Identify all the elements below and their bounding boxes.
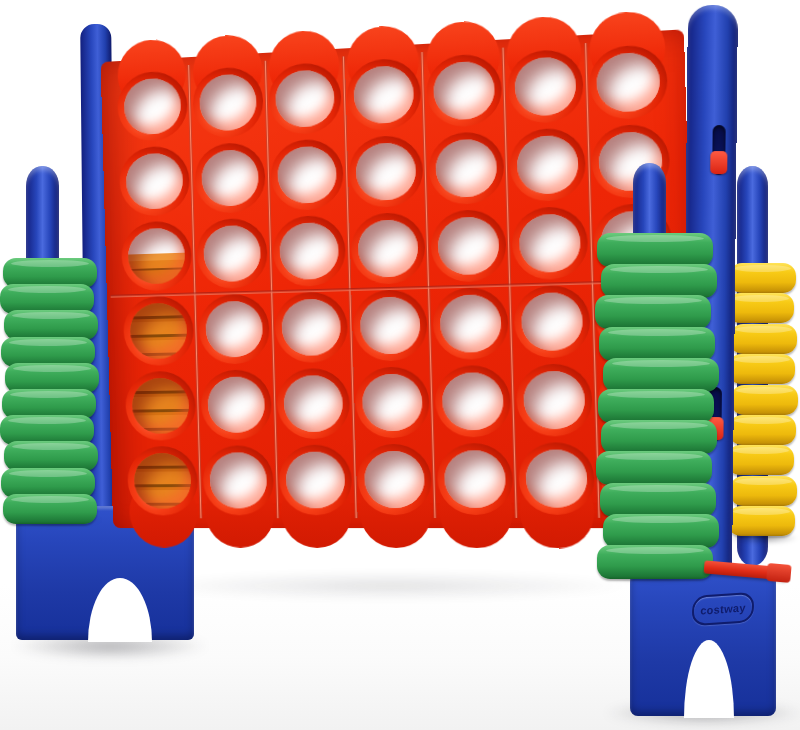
board-cell (274, 365, 354, 442)
disc-green (600, 483, 716, 517)
slider-slot-upper (712, 125, 726, 175)
disc-green (596, 451, 712, 485)
board-cell (122, 368, 199, 444)
disc-green (597, 545, 713, 579)
disc-green (599, 327, 715, 361)
board-cell (114, 67, 191, 146)
empty-hole (134, 453, 192, 509)
board-floor-shadow (140, 572, 640, 600)
empty-hole (444, 450, 506, 508)
disc-yellow (730, 324, 797, 354)
disc-yellow (727, 293, 794, 323)
board-cell (265, 58, 345, 138)
brand-logo: costway (692, 592, 755, 626)
board-cell (352, 363, 434, 441)
board-cell (431, 362, 514, 441)
board-cell (199, 442, 278, 518)
board-cell (512, 360, 597, 440)
disc-yellow (731, 385, 798, 415)
board-cell (276, 441, 356, 518)
board-cell (345, 131, 426, 211)
board-cell (422, 50, 505, 132)
board-cell (124, 443, 201, 518)
board-cell (505, 124, 590, 206)
empty-hole (525, 449, 588, 507)
disc-green (601, 420, 717, 454)
disc-green (4, 310, 98, 340)
board-cell (427, 206, 510, 286)
board-cell (347, 209, 428, 289)
empty-hole (209, 452, 268, 508)
left-leg-arch (88, 578, 152, 642)
board-cell (120, 292, 197, 369)
disc-yellow (728, 354, 795, 384)
board-cell (510, 281, 595, 361)
empty-hole (286, 451, 346, 508)
disc-green (603, 514, 719, 548)
disc-yellow (729, 415, 796, 445)
disc-yellow (729, 263, 796, 293)
board-cell (269, 212, 349, 291)
disc-green (598, 389, 714, 423)
right-leg: costway (630, 566, 776, 716)
board-cell (508, 203, 593, 284)
disc-green (603, 358, 719, 392)
board-cell (267, 135, 347, 214)
board-cell (425, 128, 508, 209)
disc-yellow (728, 506, 795, 536)
board-cell (191, 139, 270, 218)
board-cell (349, 286, 431, 365)
disc-yellow (727, 445, 794, 475)
disc-green (601, 264, 717, 298)
board-cell (503, 45, 588, 127)
empty-hole (362, 373, 423, 431)
slider-knob-upper (710, 151, 727, 174)
disc-yellow (730, 476, 797, 506)
board-cell (116, 142, 193, 220)
board-cell (193, 214, 272, 292)
disc-green (595, 295, 711, 329)
board-cell (514, 439, 599, 518)
board-cell (433, 440, 516, 518)
board-cell (197, 366, 276, 443)
empty-hole (132, 378, 190, 434)
board-cell (585, 40, 671, 123)
product-photo-giant-connect-four: costway (0, 0, 800, 730)
board-cell (354, 441, 436, 519)
disc-green (597, 233, 713, 267)
empty-hole (364, 451, 425, 508)
board-cell (195, 290, 274, 367)
board-cell (343, 54, 424, 135)
disc-green (4, 441, 98, 471)
right-leg-arch (684, 640, 734, 718)
board-cell (118, 217, 195, 294)
board-cell (429, 284, 512, 364)
board-cell (272, 288, 352, 366)
empty-hole (441, 372, 503, 430)
board-cell (189, 63, 267, 142)
disc-green (3, 494, 97, 524)
